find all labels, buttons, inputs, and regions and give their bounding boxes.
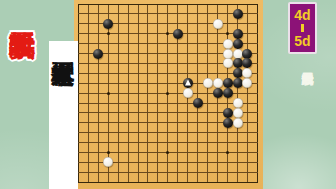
stone-black <box>223 78 233 88</box>
star-point <box>226 32 229 35</box>
grid-line-v <box>128 4 129 183</box>
grid-line-v <box>257 4 259 183</box>
stone-black <box>242 49 252 59</box>
headline-strip: 探索棋之正道 <box>49 41 78 189</box>
stone-white <box>223 49 233 59</box>
stone-black <box>103 19 113 29</box>
grid-line-h <box>78 132 258 133</box>
stone-black <box>193 98 203 108</box>
grid-line-v <box>157 4 158 183</box>
video-thumbnail[interactable]: 斩断实战恶手 探索棋之正道 4d 5d 以后他如果断开 <box>0 0 336 189</box>
grid-line-h <box>78 142 258 143</box>
stone-white <box>233 98 243 108</box>
star-point <box>226 151 229 154</box>
grid-line-h <box>78 103 258 104</box>
stone-white <box>213 78 223 88</box>
grid-line-h <box>78 73 258 74</box>
stone-black <box>173 29 183 39</box>
rank-separator-icon <box>301 24 304 32</box>
stone-white <box>233 118 243 128</box>
stone-black <box>233 29 243 39</box>
stone-black <box>233 78 243 88</box>
stone-black <box>93 49 103 59</box>
last-move-triangle-icon <box>185 80 191 86</box>
grid-line-v <box>207 4 208 183</box>
rank-badge: 4d 5d <box>288 2 317 54</box>
stone-black <box>233 58 243 68</box>
grid-line-v <box>197 4 198 183</box>
star-point <box>166 151 169 154</box>
stone-white <box>213 19 223 29</box>
stone-white <box>223 39 233 49</box>
stone-white <box>223 58 233 68</box>
stone-black <box>233 68 243 78</box>
stone-black <box>223 88 233 98</box>
rank-bottom: 5d <box>294 34 310 48</box>
star-point <box>166 32 169 35</box>
stone-black <box>242 58 252 68</box>
grid-line-v <box>118 4 119 183</box>
stone-black <box>223 108 233 118</box>
grid-line-v <box>88 4 89 183</box>
rank-top: 4d <box>294 8 310 22</box>
grid-line-v <box>147 4 148 183</box>
grid-line-v <box>247 4 248 183</box>
stone-white <box>242 68 252 78</box>
grid-line-v <box>138 4 139 183</box>
stone-black <box>233 9 243 19</box>
stone-white <box>103 157 113 167</box>
stone-white <box>242 78 252 88</box>
grid-line-h <box>78 182 258 184</box>
stone-white <box>203 78 213 88</box>
stone-black <box>233 39 243 49</box>
star-point <box>107 151 110 154</box>
stone-white <box>233 49 243 59</box>
star-point <box>107 32 110 35</box>
grid-line-v <box>98 4 99 183</box>
go-board <box>74 0 263 189</box>
stone-white <box>183 88 193 98</box>
stone-black <box>223 118 233 128</box>
star-point <box>107 92 110 95</box>
grid-line-h <box>78 4 258 6</box>
stone-black <box>183 78 193 88</box>
grid-line-h <box>78 13 258 14</box>
star-point <box>166 92 169 95</box>
grid-line-h <box>78 172 258 173</box>
stone-white <box>233 108 243 118</box>
grid-line-v <box>78 4 80 183</box>
stone-black <box>213 88 223 98</box>
